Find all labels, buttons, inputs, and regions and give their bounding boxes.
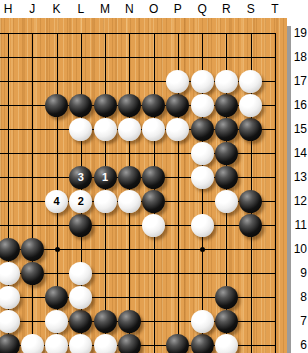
stone-white-S17[interactable] bbox=[239, 70, 262, 93]
column-label-M: M bbox=[96, 2, 114, 16]
stone-black-L16[interactable] bbox=[69, 94, 92, 117]
star-point-Q10 bbox=[200, 247, 205, 252]
stone-white-R17[interactable] bbox=[215, 70, 238, 93]
column-label-O: O bbox=[145, 2, 163, 16]
stone-white-O11[interactable] bbox=[142, 214, 165, 237]
stone-black-S12[interactable] bbox=[239, 190, 262, 213]
go-app-window: HJKLMNOPQRST 3142 1918171615141312111098… bbox=[0, 0, 308, 353]
grid-vline-J bbox=[32, 33, 33, 353]
stone-white-N15[interactable] bbox=[118, 118, 141, 141]
column-label-K: K bbox=[48, 2, 66, 16]
stone-white-K7[interactable] bbox=[45, 310, 68, 333]
row-label-13: 13 bbox=[292, 170, 307, 184]
stone-black-O16[interactable] bbox=[142, 94, 165, 117]
stone-white-K6[interactable] bbox=[45, 334, 68, 353]
column-labels: HJKLMNOPQRST bbox=[0, 0, 308, 18]
stone-white-R12[interactable] bbox=[215, 190, 238, 213]
stone-white-N12[interactable] bbox=[118, 190, 141, 213]
column-label-N: N bbox=[120, 2, 138, 16]
row-label-15: 15 bbox=[292, 122, 307, 136]
stone-black-M7[interactable] bbox=[94, 310, 117, 333]
stone-black-P16[interactable] bbox=[166, 94, 189, 117]
stone-white-Q11[interactable] bbox=[191, 214, 214, 237]
stone-black-J10[interactable] bbox=[21, 238, 44, 261]
stone-white-H8[interactable] bbox=[0, 286, 20, 309]
stone-white-Q13[interactable] bbox=[191, 166, 214, 189]
stone-black-K16[interactable] bbox=[45, 94, 68, 117]
move-number-2: 2 bbox=[69, 190, 92, 213]
column-label-Q: Q bbox=[193, 2, 211, 16]
row-label-7: 7 bbox=[292, 314, 307, 328]
stone-black-K8[interactable] bbox=[45, 286, 68, 309]
row-label-8: 8 bbox=[292, 290, 307, 304]
row-label-14: 14 bbox=[292, 146, 307, 160]
stone-white-L9[interactable] bbox=[69, 262, 92, 285]
stone-black-R7[interactable] bbox=[215, 310, 238, 333]
row-label-18: 18 bbox=[292, 50, 307, 64]
move-number-3: 3 bbox=[69, 166, 92, 189]
stone-black-Q15[interactable] bbox=[191, 118, 214, 141]
column-label-P: P bbox=[169, 2, 187, 16]
star-point-K10 bbox=[55, 247, 60, 252]
stone-white-J6[interactable] bbox=[21, 334, 44, 353]
grid-vline-T bbox=[275, 33, 276, 353]
stone-white-L6[interactable] bbox=[69, 334, 92, 353]
stone-black-J9[interactable] bbox=[21, 262, 44, 285]
grid-hline-11 bbox=[0, 225, 276, 226]
stone-black-O13[interactable] bbox=[142, 166, 165, 189]
row-label-10: 10 bbox=[292, 242, 307, 256]
stone-black-L7[interactable] bbox=[69, 310, 92, 333]
row-label-11: 11 bbox=[292, 218, 307, 232]
stone-black-S15[interactable] bbox=[239, 118, 262, 141]
column-label-T: T bbox=[266, 2, 284, 16]
stone-black-R13[interactable] bbox=[215, 166, 238, 189]
stone-black-R8[interactable] bbox=[215, 286, 238, 309]
row-label-12: 12 bbox=[292, 194, 307, 208]
move-number-1: 1 bbox=[94, 166, 117, 189]
stone-black-H6[interactable] bbox=[0, 334, 20, 353]
stone-white-H9[interactable] bbox=[0, 262, 20, 285]
row-label-19: 19 bbox=[292, 26, 307, 40]
move-number-4: 4 bbox=[45, 190, 68, 213]
column-label-H: H bbox=[0, 2, 17, 16]
stone-black-Q6[interactable] bbox=[191, 334, 214, 353]
stone-black-L13[interactable]: 3 bbox=[69, 166, 92, 189]
stone-white-Q16[interactable] bbox=[191, 94, 214, 117]
stone-black-R14[interactable] bbox=[215, 142, 238, 165]
stone-white-H7[interactable] bbox=[0, 310, 20, 333]
grid-hline-19 bbox=[0, 33, 276, 34]
row-label-17: 17 bbox=[292, 74, 307, 88]
column-label-S: S bbox=[242, 2, 260, 16]
stone-white-S16[interactable] bbox=[239, 94, 262, 117]
stone-black-M16[interactable] bbox=[94, 94, 117, 117]
stone-white-Q17[interactable] bbox=[191, 70, 214, 93]
column-label-J: J bbox=[23, 2, 41, 16]
stone-black-N7[interactable] bbox=[118, 310, 141, 333]
row-labels: 191817161514131211109876 bbox=[292, 18, 308, 353]
stone-white-M6[interactable] bbox=[94, 334, 117, 353]
stone-black-L11[interactable] bbox=[69, 214, 92, 237]
row-label-6: 6 bbox=[292, 338, 307, 352]
stone-black-M13[interactable]: 1 bbox=[94, 166, 117, 189]
stone-white-M15[interactable] bbox=[94, 118, 117, 141]
stone-black-N16[interactable] bbox=[118, 94, 141, 117]
column-label-R: R bbox=[217, 2, 235, 16]
stone-white-M12[interactable] bbox=[94, 190, 117, 213]
stone-black-H10[interactable] bbox=[0, 238, 20, 261]
board-shadow bbox=[287, 26, 291, 353]
row-label-9: 9 bbox=[292, 266, 307, 280]
stone-black-P6[interactable] bbox=[166, 334, 189, 353]
stone-black-N6[interactable] bbox=[118, 334, 141, 353]
row-label-16: 16 bbox=[292, 98, 307, 112]
go-board[interactable]: 3142 bbox=[0, 18, 287, 353]
stone-white-K12[interactable]: 4 bbox=[45, 190, 68, 213]
stone-white-L8[interactable] bbox=[69, 286, 92, 309]
column-label-L: L bbox=[72, 2, 90, 16]
stone-black-S11[interactable] bbox=[239, 214, 262, 237]
grid-hline-18 bbox=[0, 57, 276, 58]
stone-black-R15[interactable] bbox=[215, 118, 238, 141]
stone-white-L12[interactable]: 2 bbox=[69, 190, 92, 213]
stone-white-L15[interactable] bbox=[69, 118, 92, 141]
stone-white-P15[interactable] bbox=[166, 118, 189, 141]
stone-white-O15[interactable] bbox=[142, 118, 165, 141]
stone-white-Q7[interactable] bbox=[191, 310, 214, 333]
stone-black-O12[interactable] bbox=[142, 190, 165, 213]
stone-white-R6[interactable] bbox=[215, 334, 238, 353]
stone-black-N13[interactable] bbox=[118, 166, 141, 189]
stone-black-R16[interactable] bbox=[215, 94, 238, 117]
stone-white-P17[interactable] bbox=[166, 70, 189, 93]
stone-white-Q14[interactable] bbox=[191, 142, 214, 165]
